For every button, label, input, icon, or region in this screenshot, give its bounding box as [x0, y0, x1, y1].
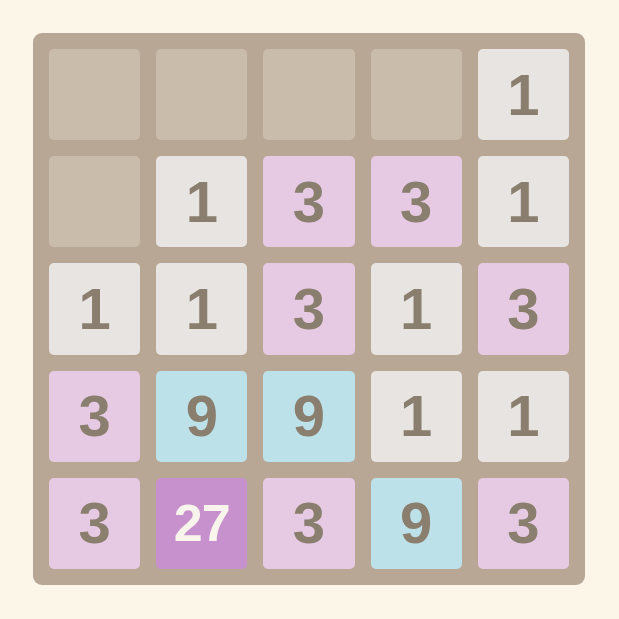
tile-3-r2c3: 3 [263, 156, 354, 247]
tile-3-r4c1: 3 [49, 371, 140, 462]
tile-1-r2c2: 1 [156, 156, 247, 247]
game-board[interactable]: 113311131339911327393 [33, 33, 585, 585]
empty-cell-r1c1 [49, 49, 140, 140]
tile-27-r5c2: 27 [156, 478, 247, 569]
empty-cell-r1c3 [263, 49, 354, 140]
tile-9-r4c2: 9 [156, 371, 247, 462]
tile-9-r5c4: 9 [371, 478, 462, 569]
tile-9-r4c3: 9 [263, 371, 354, 462]
page-background: 113311131339911327393 [0, 0, 619, 619]
tile-1-r4c4: 1 [371, 371, 462, 462]
tile-3-r5c3: 3 [263, 478, 354, 569]
empty-cell-r1c2 [156, 49, 247, 140]
empty-cell-r1c4 [371, 49, 462, 140]
tile-3-r3c5: 3 [478, 263, 569, 354]
tile-1-r3c1: 1 [49, 263, 140, 354]
tile-1-r1c5: 1 [478, 49, 569, 140]
tile-1-r3c4: 1 [371, 263, 462, 354]
tile-3-r5c5: 3 [478, 478, 569, 569]
tile-1-r2c5: 1 [478, 156, 569, 247]
tile-1-r4c5: 1 [478, 371, 569, 462]
tile-3-r3c3: 3 [263, 263, 354, 354]
tile-3-r5c1: 3 [49, 478, 140, 569]
empty-cell-r2c1 [49, 156, 140, 247]
tile-1-r3c2: 1 [156, 263, 247, 354]
tile-3-r2c4: 3 [371, 156, 462, 247]
